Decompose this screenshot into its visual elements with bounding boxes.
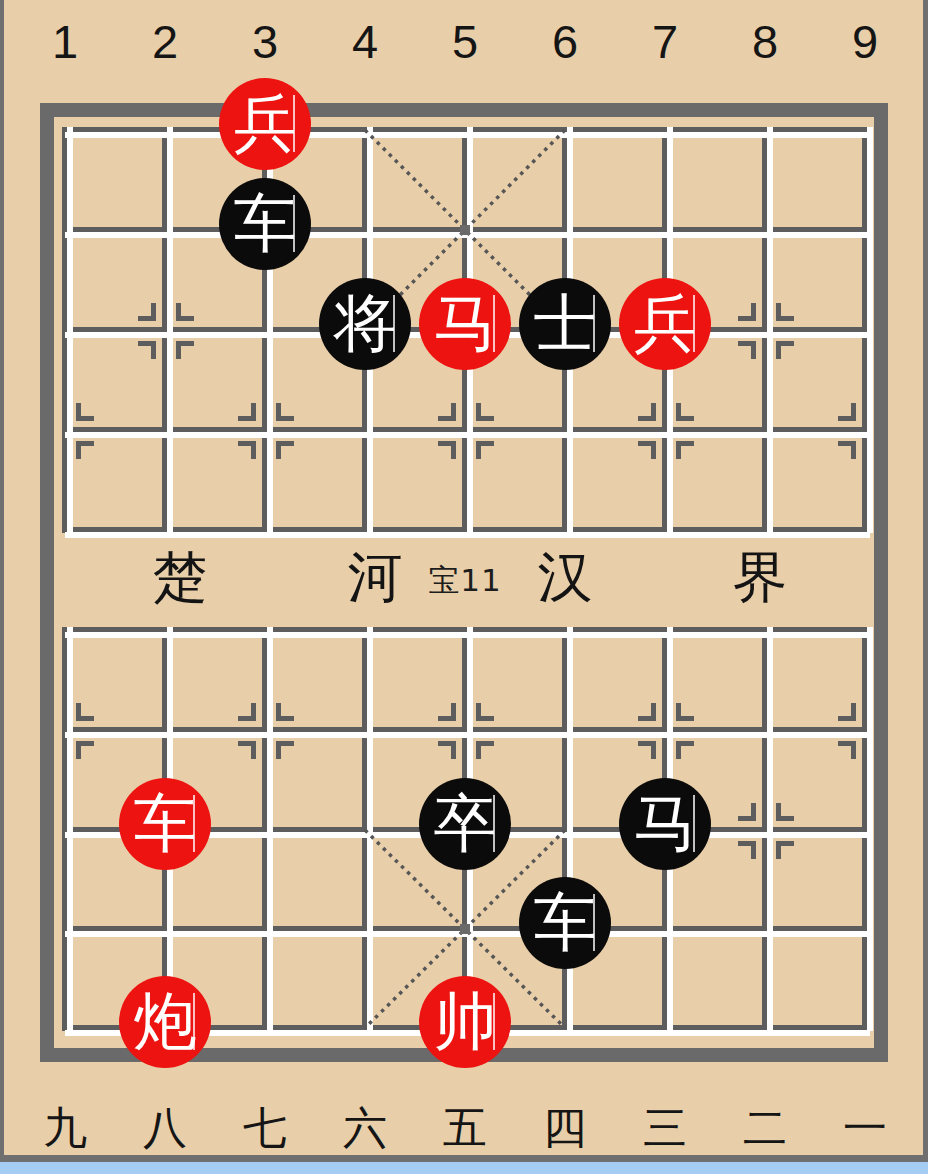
piece-glyph: 兵 bbox=[634, 278, 697, 370]
file-label-top-2: 2 bbox=[152, 14, 178, 69]
file-label-top-4: 4 bbox=[352, 14, 378, 69]
file-label-bottom-3: 七 bbox=[243, 1099, 287, 1158]
file-label-top-7: 7 bbox=[652, 14, 678, 69]
file-label-bottom-1: 九 bbox=[43, 1099, 87, 1158]
river-label-1: 楚 bbox=[153, 541, 208, 615]
file-label-top-8: 8 bbox=[752, 14, 778, 69]
window-edge-left bbox=[0, 0, 4, 1162]
file-label-bottom-4: 六 bbox=[343, 1099, 387, 1158]
piece-glyph: 车 bbox=[534, 877, 597, 969]
piece-red-cannon[interactable]: 炮 bbox=[119, 976, 211, 1068]
file-label-bottom-6: 四 bbox=[543, 1099, 587, 1158]
piece-red-pawn[interactable]: 兵 bbox=[219, 78, 311, 170]
bottom-bar bbox=[0, 1162, 928, 1174]
xiangqi-app-screen: { "game": "xiangqi", "position": { "fen"… bbox=[0, 0, 928, 1174]
river-label-2: 河 bbox=[348, 541, 403, 615]
file-label-top-3: 3 bbox=[252, 14, 278, 69]
piece-black-soldier[interactable]: 卒 bbox=[419, 778, 511, 870]
file-label-top-1: 1 bbox=[52, 14, 78, 69]
window-edge-right bbox=[923, 0, 928, 1162]
piece-glyph: 将 bbox=[334, 278, 397, 370]
piece-glyph: 车 bbox=[234, 178, 297, 270]
file-label-bottom-7: 三 bbox=[643, 1099, 687, 1158]
piece-glyph: 帅 bbox=[434, 976, 497, 1068]
file-label-top-9: 9 bbox=[852, 14, 878, 69]
piece-black-horse[interactable]: 马 bbox=[619, 778, 711, 870]
river-label-4: 界 bbox=[733, 541, 788, 615]
piece-glyph: 士 bbox=[534, 278, 597, 370]
piece-glyph: 兵 bbox=[234, 78, 297, 170]
piece-black-advisor[interactable]: 士 bbox=[519, 278, 611, 370]
piece-glyph: 炮 bbox=[134, 976, 197, 1068]
file-label-bottom-9: 一 bbox=[843, 1099, 887, 1158]
file-label-bottom-2: 八 bbox=[143, 1099, 187, 1158]
piece-black-chariot[interactable]: 车 bbox=[519, 877, 611, 969]
piece-red-horse[interactable]: 马 bbox=[419, 278, 511, 370]
piece-glyph: 车 bbox=[134, 778, 197, 870]
file-label-top-5: 5 bbox=[452, 14, 478, 69]
piece-red-general[interactable]: 帅 bbox=[419, 976, 511, 1068]
watermark-text: 宝11 bbox=[428, 560, 501, 602]
piece-red-chariot[interactable]: 车 bbox=[119, 778, 211, 870]
piece-black-general[interactable]: 将 bbox=[319, 278, 411, 370]
piece-red-pawn[interactable]: 兵 bbox=[619, 278, 711, 370]
file-label-bottom-8: 二 bbox=[743, 1099, 787, 1158]
file-label-bottom-5: 五 bbox=[443, 1099, 487, 1158]
piece-glyph: 马 bbox=[634, 778, 697, 870]
file-label-top-6: 6 bbox=[552, 14, 578, 69]
piece-black-chariot[interactable]: 车 bbox=[219, 178, 311, 270]
river-label-3: 汉 bbox=[538, 541, 593, 615]
piece-glyph: 卒 bbox=[434, 778, 497, 870]
piece-glyph: 马 bbox=[434, 278, 497, 370]
